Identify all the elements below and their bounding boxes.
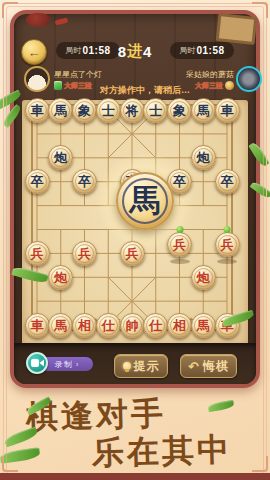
piece-red-帥-c4r9[interactable]: 帥 bbox=[120, 313, 145, 338]
piece-black-象-c6r0[interactable]: 象 bbox=[167, 98, 192, 123]
piece-red-兵-c6r6[interactable]: 兵 bbox=[167, 232, 192, 257]
floating-animated-piece-black-馬: 馬 bbox=[116, 172, 174, 230]
piece-red-兵-c8r6[interactable]: 兵 bbox=[215, 232, 240, 257]
red-player-avatar[interactable] bbox=[236, 66, 262, 92]
piece-black-車-c0r0[interactable]: 車 bbox=[25, 98, 50, 123]
piece-red-馬-c7r9[interactable]: 馬 bbox=[191, 313, 216, 338]
back-arrow-icon: ← bbox=[28, 46, 41, 59]
green-bud-marker bbox=[224, 226, 231, 233]
piece-black-士-c3r0[interactable]: 士 bbox=[96, 98, 121, 123]
timer-value: 01:58 bbox=[196, 45, 224, 56]
piece-red-車-c0r9[interactable]: 車 bbox=[25, 313, 50, 338]
green-bud-marker bbox=[176, 226, 183, 233]
piece-red-兵-c2r6[interactable]: 兵 bbox=[72, 241, 97, 266]
piece-black-馬-c1r0[interactable]: 馬 bbox=[48, 98, 73, 123]
back-coin-button[interactable]: ← bbox=[21, 39, 47, 65]
red-player-name: 采姑娘的蘑菇 bbox=[130, 69, 234, 80]
black-player-avatar[interactable] bbox=[24, 66, 50, 92]
corner-flourish bbox=[252, 2, 268, 18]
red-timer: 局时 01:58 bbox=[170, 42, 234, 59]
piece-red-兵-c0r6[interactable]: 兵 bbox=[25, 241, 50, 266]
app-screen: ← 局时 01:58 8 进 4 局时 01:58 星星点了个灯 大师三段 对方… bbox=[0, 0, 270, 480]
piece-black-将-c4r0[interactable]: 将 bbox=[120, 98, 145, 123]
piece-red-馬-c1r9[interactable]: 馬 bbox=[48, 313, 73, 338]
piece-black-馬-c7r0[interactable]: 馬 bbox=[191, 98, 216, 123]
tournament-stage: 8 进 4 bbox=[100, 41, 170, 61]
slogan-line-2: 乐在其中 bbox=[91, 428, 232, 476]
corner-flourish bbox=[252, 456, 268, 472]
video-camera-icon bbox=[31, 358, 44, 368]
piece-red-兵-c4r6[interactable]: 兵 bbox=[120, 241, 145, 266]
medal-icon bbox=[225, 81, 234, 90]
piece-black-炮-c7r2[interactable]: 炮 bbox=[191, 145, 216, 170]
timer-label: 局时 bbox=[179, 45, 195, 56]
piece-red-相-c2r9[interactable]: 相 bbox=[72, 313, 97, 338]
piece-red-炮-c1r7[interactable]: 炮 bbox=[48, 265, 73, 290]
bamboo-leaf bbox=[208, 400, 235, 412]
bottom-maroon-strip bbox=[0, 473, 270, 480]
black-player-name: 星星点了个灯 bbox=[54, 69, 102, 80]
hint-button[interactable]: 提示 bbox=[114, 354, 168, 378]
corner-flourish bbox=[2, 2, 18, 18]
piece-black-象-c2r0[interactable]: 象 bbox=[72, 98, 97, 123]
red-player-badge: 大师三段 bbox=[130, 80, 234, 91]
piece-red-炮-c7r7[interactable]: 炮 bbox=[191, 265, 216, 290]
rank-gem-icon bbox=[54, 81, 62, 90]
record-button[interactable] bbox=[26, 352, 48, 374]
chevron-right-icon: › bbox=[76, 360, 79, 369]
piece-black-士-c5r0[interactable]: 士 bbox=[143, 98, 168, 123]
timer-label: 局时 bbox=[65, 45, 81, 56]
piece-red-相-c6r9[interactable]: 相 bbox=[167, 313, 192, 338]
teapot-decor bbox=[26, 13, 50, 27]
piece-black-卒-c8r3[interactable]: 卒 bbox=[215, 169, 240, 194]
corner-flourish bbox=[2, 456, 18, 472]
piece-black-卒-c0r3[interactable]: 卒 bbox=[25, 169, 50, 194]
undo-arrow-icon: ↶ bbox=[188, 360, 200, 373]
piece-red-仕-c5r9[interactable]: 仕 bbox=[143, 313, 168, 338]
undo-button[interactable]: ↶ 悔棋 bbox=[180, 354, 237, 378]
piece-black-車-c8r0[interactable]: 車 bbox=[215, 98, 240, 123]
lightbulb-icon bbox=[123, 362, 131, 370]
piece-red-仕-c3r9[interactable]: 仕 bbox=[96, 313, 121, 338]
